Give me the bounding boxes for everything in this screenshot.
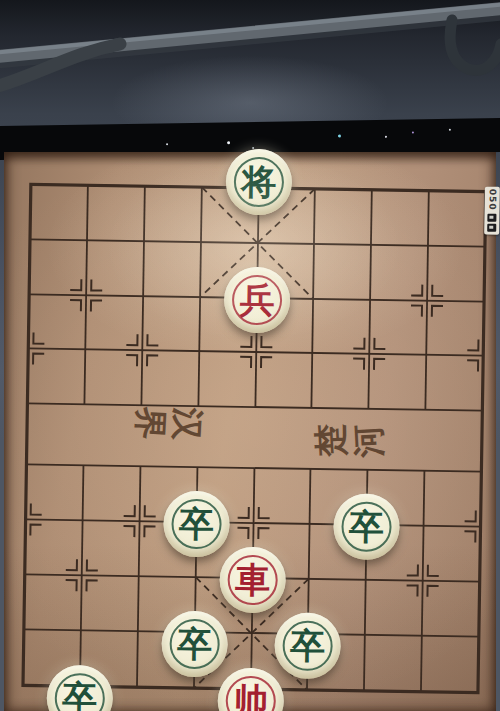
piece-red-general[interactable]: 帅: [217, 667, 284, 711]
piece-character: 兵: [224, 267, 291, 334]
dust-speck: [385, 136, 387, 138]
xiangqi-board: 界汉 河楚 将兵卒卒車卒卒卒帅 050: [4, 152, 496, 711]
piece-black-soldier[interactable]: 卒: [46, 665, 113, 711]
river-character: 汉: [166, 403, 208, 445]
dust-speck: [412, 131, 414, 133]
piece-character: 卒: [46, 665, 113, 711]
piece-character: 将: [225, 149, 292, 216]
dust-speck: [166, 143, 168, 145]
piece-red-soldier[interactable]: 兵: [224, 267, 291, 334]
piece-character: 卒: [333, 493, 400, 560]
sticker-mark-icon: [487, 214, 496, 222]
puzzle-number-sticker: 050: [484, 187, 500, 235]
piece-character: 帅: [217, 667, 284, 711]
photo-scene: 界汉 河楚 将兵卒卒車卒卒卒帅 050: [0, 0, 500, 711]
river-character: 楚: [310, 419, 352, 461]
piece-character: 車: [219, 546, 286, 613]
dust-speck: [227, 141, 230, 144]
board-playing-area: 界汉 河楚 将兵卒卒車卒卒卒帅 050: [0, 148, 500, 711]
piece-black-general[interactable]: 将: [225, 149, 292, 216]
dust-speck: [449, 129, 451, 131]
dust-speck: [338, 135, 341, 138]
puzzle-number: 050: [487, 185, 497, 215]
piece-black-soldier[interactable]: 卒: [333, 493, 400, 560]
board-grid: [0, 148, 500, 711]
bar-right-hook: [450, 20, 500, 70]
river-character: 河: [348, 420, 390, 462]
sticker-mark-icon: [487, 224, 496, 232]
piece-red-chariot[interactable]: 車: [219, 546, 286, 613]
river-character: 界: [129, 402, 171, 444]
